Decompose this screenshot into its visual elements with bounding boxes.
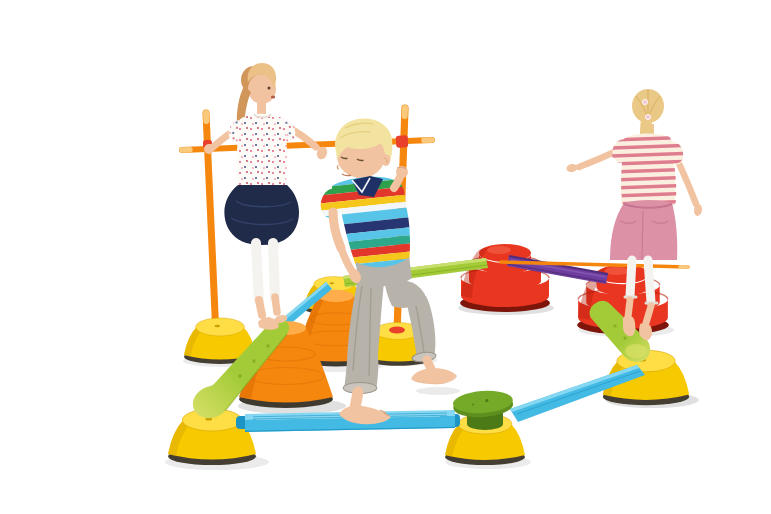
girl-left-legging-left [256, 243, 259, 301]
girl-right-foot-left [623, 316, 635, 336]
girl-left-eye [268, 87, 271, 90]
girl-left-legging-right [273, 243, 275, 298]
girl-right-hair-clip-1 [642, 99, 647, 104]
girl-left-skirt [224, 185, 299, 245]
girl-right-hair-clip-2 [645, 114, 650, 119]
product-photo [40, 16, 771, 514]
red-ring [389, 327, 405, 334]
girl-right-legging-left [630, 260, 632, 296]
girl-right-legging-right [648, 260, 651, 302]
girl-left-tshirt [237, 114, 287, 187]
girl-left-mouth [271, 96, 275, 99]
red-clip [396, 135, 409, 148]
balance-course-scene [40, 16, 771, 514]
girl-left-hand-on-bar [204, 144, 214, 154]
boy-ear [382, 154, 390, 166]
